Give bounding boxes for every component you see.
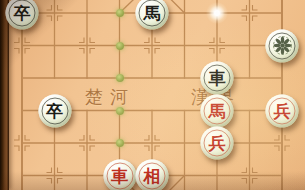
piece-label: 車 [201,62,234,95]
sparkle-effect [205,1,229,25]
piece-hidden-piece[interactable] [266,29,299,62]
piece-black-chariot[interactable]: 車 [201,62,234,95]
piece-red-chariot[interactable]: 車 [103,159,136,190]
piece-label: 車 [103,159,136,190]
piece-black-horse[interactable]: 馬 [136,0,169,30]
piece-label: 兵 [201,127,234,160]
face-down-pattern [266,29,299,62]
piece-label: 卒 [38,94,71,127]
piece-black-pawn[interactable]: 卒 [38,94,71,127]
move-hint-dot[interactable] [116,139,124,147]
piece-label: 馬 [201,94,234,127]
xiangqi-board[interactable]: 楚河 漢界 卒馬 車卒馬兵兵車相 [0,0,305,190]
piece-black-pawn[interactable]: 卒 [6,0,39,30]
move-hint-dot[interactable] [116,42,124,50]
move-hint-dot[interactable] [116,107,124,115]
piece-red-elephant[interactable]: 相 [136,159,169,190]
piece-red-soldier[interactable]: 兵 [201,127,234,160]
piece-label: 兵 [266,94,299,127]
piece-label: 馬 [136,0,169,30]
river-label-chu: 楚河 [85,85,135,105]
piece-label: 相 [136,159,169,190]
piece-red-horse[interactable]: 馬 [201,94,234,127]
move-hint-dot[interactable] [116,74,124,82]
piece-label: 卒 [6,0,39,30]
move-hint-dot[interactable] [116,9,124,17]
piece-red-soldier[interactable]: 兵 [266,94,299,127]
flower-back-icon [271,35,293,57]
